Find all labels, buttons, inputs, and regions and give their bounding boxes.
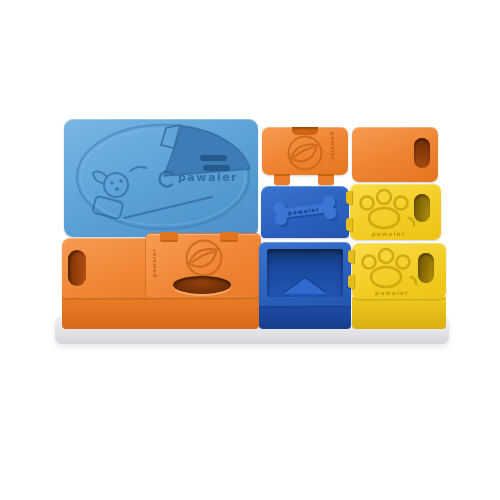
handle-slot[interactable] <box>414 138 430 168</box>
orange-flip-lid-bottom[interactable]: pawaier <box>145 233 261 298</box>
treat-well <box>267 249 343 297</box>
bone-emboss: pawaier <box>261 186 349 238</box>
brand-wordmark: pawaier <box>151 249 157 277</box>
hinge <box>348 275 355 288</box>
product-photo-dog-puzzle: pawaier pawaier <box>0 0 500 500</box>
hinge <box>274 174 290 185</box>
ramp <box>283 278 327 294</box>
oval-handle-hole[interactable] <box>173 276 231 294</box>
ball-leaf-emboss <box>174 238 234 278</box>
yellow-block-front-face <box>352 297 446 329</box>
yellow-flip-lid-middle[interactable]: pawaier <box>350 184 441 240</box>
blue-dial-block[interactable]: pawaier <box>64 119 258 237</box>
yellow-flip-lid-bottom[interactable]: pawaier <box>352 243 446 299</box>
hinge <box>348 250 355 263</box>
handle-slot[interactable] <box>414 194 430 222</box>
blue-block-front-face <box>259 304 351 329</box>
orange-flip-lid-top[interactable]: pawaier <box>262 127 348 175</box>
orange-slide-block[interactable] <box>352 127 438 182</box>
hinge <box>346 191 353 204</box>
orange-flip-box[interactable]: pawaier <box>62 238 259 298</box>
ball-leaf-emboss <box>277 134 333 172</box>
hinge <box>318 174 334 185</box>
blue-open-compartment <box>259 242 351 306</box>
side-notch-handle[interactable] <box>68 250 86 286</box>
brand-wordmark: pawaier <box>330 132 336 160</box>
brand-wordmark: pawaier <box>352 289 432 296</box>
paw-emboss <box>359 247 417 291</box>
brand-wordmark: pawaier <box>350 230 427 237</box>
paw-emboss <box>357 188 415 232</box>
blue-bone-slider[interactable]: pawaier <box>261 186 349 238</box>
brand-wordmark: pawaier <box>178 171 238 184</box>
food-slot <box>200 155 227 161</box>
handle-slot[interactable] <box>418 253 434 283</box>
orange-block-front-face <box>62 296 259 329</box>
